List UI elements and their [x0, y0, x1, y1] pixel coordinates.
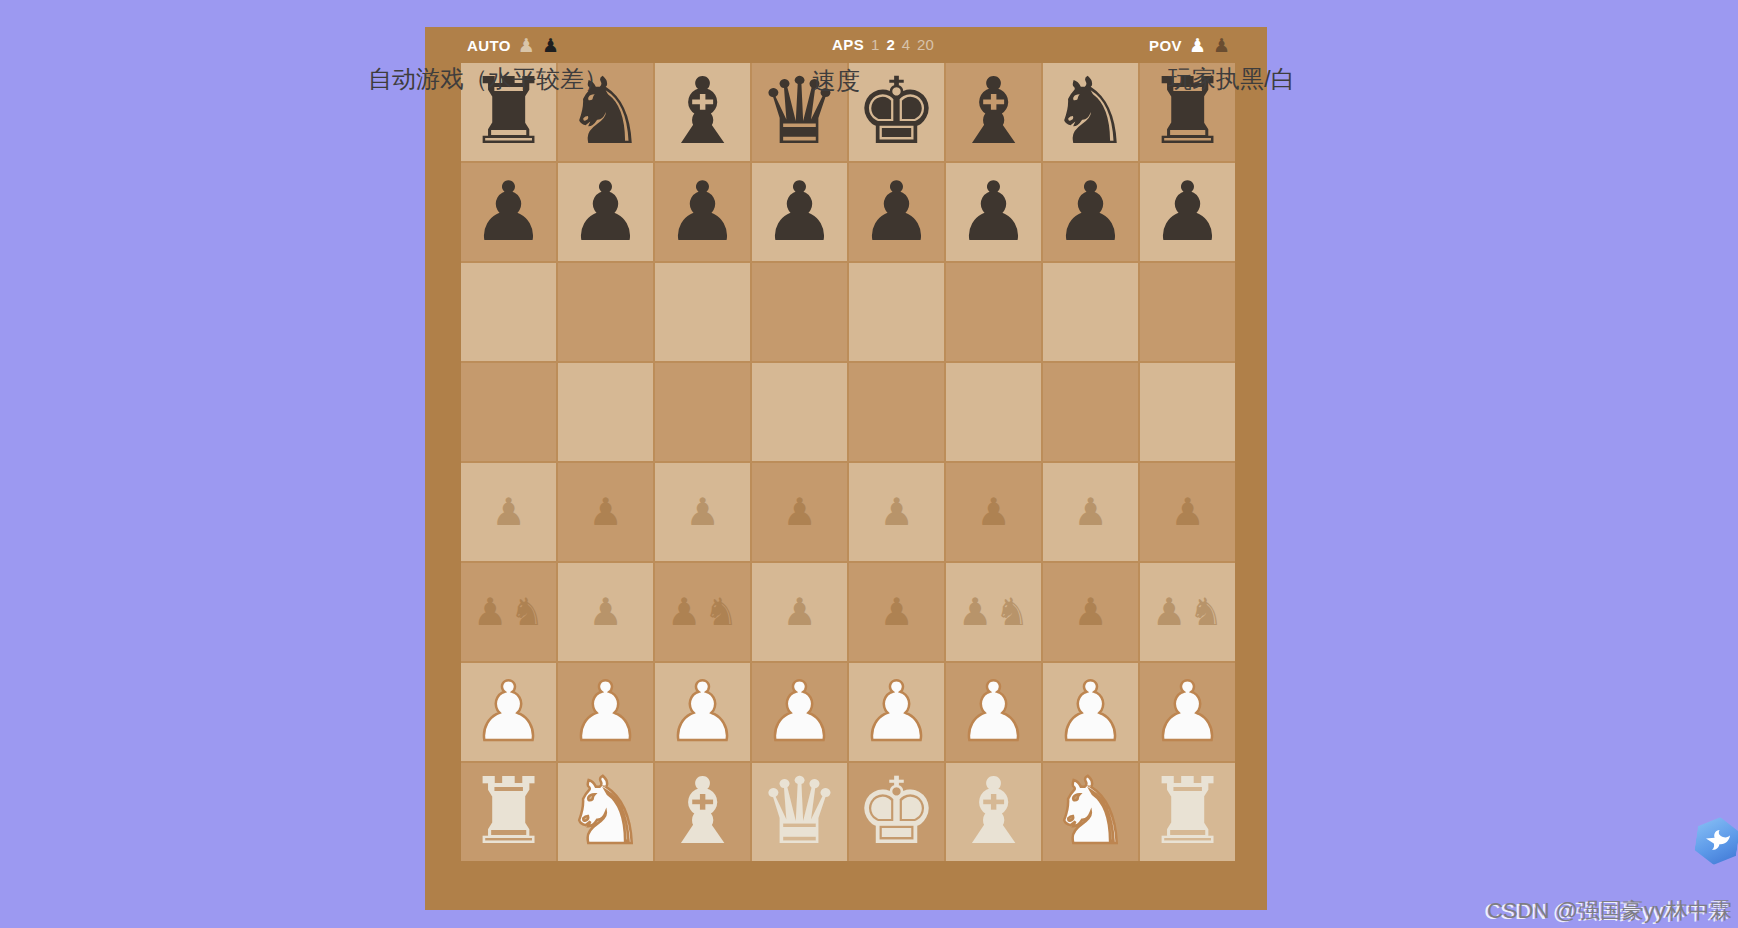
aps-options: 12420 — [871, 36, 934, 53]
ghost-pawn-icon: ♟ — [1073, 592, 1107, 632]
move-hint-g3: ♟ — [1043, 563, 1138, 661]
black-pawn-e7[interactable]: ♟ — [860, 164, 934, 260]
move-hint-h4: ♟ — [1140, 463, 1235, 561]
ghost-knight-icon: ♞ — [1189, 592, 1223, 632]
square-f6[interactable] — [946, 263, 1041, 361]
square-e5[interactable] — [849, 363, 944, 461]
square-c3[interactable]: ♟♞ — [655, 563, 750, 661]
black-pawn-b7[interactable]: ♟ — [569, 164, 643, 260]
move-hint-f4: ♟ — [946, 463, 1041, 561]
chess-board: ♜♞♝♛♚♝♞♜♟♟♟♟♟♟♟♟♟♟♟♟♟♟♟♟♟♞♟♟♞♟♟♟♞♟♟♞♟♟♟♟… — [461, 63, 1235, 861]
aps-label: APS — [832, 36, 864, 53]
square-c8[interactable]: ♝ — [655, 63, 750, 161]
ghost-pawn-icon: ♟ — [879, 492, 913, 532]
ghost-knight-icon: ♞ — [510, 592, 544, 632]
move-hint-a3: ♟♞ — [461, 563, 556, 661]
ghost-pawn-icon: ♟ — [976, 492, 1010, 532]
square-c1[interactable]: ♝ — [655, 763, 750, 861]
black-pawn-g7[interactable]: ♟ — [1054, 164, 1128, 260]
ghost-pawn-icon: ♟ — [879, 592, 913, 632]
square-f1[interactable]: ♝ — [946, 763, 1041, 861]
square-d1[interactable]: ♛ — [752, 763, 847, 861]
square-e8[interactable]: ♚ — [849, 63, 944, 161]
move-hint-f3: ♟♞ — [946, 563, 1041, 661]
white-pawn-c2[interactable]: ♟ — [666, 664, 740, 760]
move-hint-d4: ♟ — [752, 463, 847, 561]
pov-label: POV — [1149, 37, 1182, 54]
black-pawn-d7[interactable]: ♟ — [763, 164, 837, 260]
move-hint-e3: ♟ — [849, 563, 944, 661]
square-a7[interactable]: ♟ — [461, 163, 556, 261]
square-f3[interactable]: ♟♞ — [946, 563, 1041, 661]
white-pawn-b2[interactable]: ♟ — [569, 664, 643, 760]
move-hint-c4: ♟ — [655, 463, 750, 561]
ghost-pawn-icon: ♟ — [1152, 592, 1186, 632]
square-a2[interactable]: ♟ — [461, 663, 556, 761]
square-c6[interactable] — [655, 263, 750, 361]
square-e7[interactable]: ♟ — [849, 163, 944, 261]
ghost-knight-icon: ♞ — [704, 592, 738, 632]
square-c7[interactable]: ♟ — [655, 163, 750, 261]
pov-black-pawn-icon[interactable]: ♟ — [1213, 36, 1230, 55]
pov-controls: POV ♟ ♟ — [1149, 36, 1230, 55]
square-b5[interactable] — [558, 363, 653, 461]
white-pawn-h2[interactable]: ♟ — [1151, 664, 1225, 760]
square-f8[interactable]: ♝ — [946, 63, 1041, 161]
hummingbird-badge[interactable] — [1693, 814, 1738, 867]
black-bishop-f8[interactable]: ♝ — [952, 64, 1034, 160]
square-g8[interactable]: ♞ — [1043, 63, 1138, 161]
white-bishop-c1[interactable]: ♝ — [661, 764, 743, 860]
square-d3[interactable]: ♟ — [752, 563, 847, 661]
square-h7[interactable]: ♟ — [1140, 163, 1235, 261]
square-g2[interactable]: ♟ — [1043, 663, 1138, 761]
speed-note: 速度 — [812, 65, 860, 97]
square-c2[interactable]: ♟ — [655, 663, 750, 761]
watermark: CSDN @强国豪yy林中霖 — [1487, 896, 1732, 926]
square-h5[interactable] — [1140, 363, 1235, 461]
white-queen-d1[interactable]: ♛ — [758, 764, 840, 860]
square-c5[interactable] — [655, 363, 750, 461]
black-king-e8[interactable]: ♚ — [855, 64, 937, 160]
square-h1[interactable]: ♜ — [1140, 763, 1235, 861]
square-a4[interactable]: ♟ — [461, 463, 556, 561]
aps-option-4[interactable]: 4 — [902, 36, 910, 53]
square-g7[interactable]: ♟ — [1043, 163, 1138, 261]
square-a1[interactable]: ♜ — [461, 763, 556, 861]
hummingbird-icon — [1700, 824, 1734, 858]
square-g6[interactable] — [1043, 263, 1138, 361]
black-bishop-c8[interactable]: ♝ — [661, 64, 743, 160]
ghost-pawn-icon: ♟ — [667, 592, 701, 632]
move-hint-b4: ♟ — [558, 463, 653, 561]
move-hint-d3: ♟ — [752, 563, 847, 661]
square-b6[interactable] — [558, 263, 653, 361]
white-pawn-f2[interactable]: ♟ — [957, 664, 1031, 760]
ghost-pawn-icon: ♟ — [491, 492, 525, 532]
move-hint-c3: ♟♞ — [655, 563, 750, 661]
black-pawn-a7[interactable]: ♟ — [472, 164, 546, 260]
pov-white-pawn-icon[interactable]: ♟ — [1189, 36, 1206, 55]
square-e4[interactable]: ♟ — [849, 463, 944, 561]
square-h3[interactable]: ♟♞ — [1140, 563, 1235, 661]
square-d5[interactable] — [752, 363, 847, 461]
square-g4[interactable]: ♟ — [1043, 463, 1138, 561]
white-pawn-g2[interactable]: ♟ — [1054, 664, 1128, 760]
white-rook-a1[interactable]: ♜ — [467, 764, 549, 860]
black-pawn-h7[interactable]: ♟ — [1151, 164, 1225, 260]
square-e2[interactable]: ♟ — [849, 663, 944, 761]
square-f5[interactable] — [946, 363, 1041, 461]
ghost-pawn-icon: ♟ — [1170, 492, 1204, 532]
black-pawn-c7[interactable]: ♟ — [666, 164, 740, 260]
white-bishop-f1[interactable]: ♝ — [952, 764, 1034, 860]
white-knight-b1[interactable]: ♞ — [564, 764, 646, 860]
auto-label: AUTO — [467, 37, 511, 54]
ghost-pawn-icon: ♟ — [782, 492, 816, 532]
control-bar: AUTO ♟ ♟ APS 12420 POV ♟ ♟ — [425, 27, 1267, 63]
square-g1[interactable]: ♞ — [1043, 763, 1138, 861]
white-knight-g1[interactable]: ♞ — [1049, 764, 1131, 860]
auto-black-pawn-icon[interactable]: ♟ — [542, 36, 559, 55]
square-b1[interactable]: ♞ — [558, 763, 653, 861]
square-b2[interactable]: ♟ — [558, 663, 653, 761]
ghost-pawn-icon: ♟ — [782, 592, 816, 632]
move-hint-g4: ♟ — [1043, 463, 1138, 561]
white-king-e1[interactable]: ♚ — [855, 764, 937, 860]
ghost-knight-icon: ♞ — [995, 592, 1029, 632]
square-h6[interactable] — [1140, 263, 1235, 361]
square-d2[interactable]: ♟ — [752, 663, 847, 761]
square-d4[interactable]: ♟ — [752, 463, 847, 561]
white-pawn-e2[interactable]: ♟ — [860, 664, 934, 760]
square-b3[interactable]: ♟ — [558, 563, 653, 661]
square-b4[interactable]: ♟ — [558, 463, 653, 561]
ghost-pawn-icon: ♟ — [1073, 492, 1107, 532]
auto-white-pawn-icon[interactable]: ♟ — [518, 36, 535, 55]
aps-option-1[interactable]: 1 — [871, 36, 879, 53]
move-hint-a4: ♟ — [461, 463, 556, 561]
white-pawn-d2[interactable]: ♟ — [763, 664, 837, 760]
board-panel: AUTO ♟ ♟ APS 12420 POV ♟ ♟ ♜♞♝♛♚♝♞♜♟♟♟♟♟… — [425, 27, 1267, 910]
black-pawn-f7[interactable]: ♟ — [957, 164, 1031, 260]
square-f2[interactable]: ♟ — [946, 663, 1041, 761]
aps-option-20[interactable]: 20 — [917, 36, 934, 53]
move-hint-e4: ♟ — [849, 463, 944, 561]
ghost-pawn-icon: ♟ — [473, 592, 507, 632]
square-e1[interactable]: ♚ — [849, 763, 944, 861]
black-knight-g8[interactable]: ♞ — [1049, 64, 1131, 160]
ghost-pawn-icon: ♟ — [588, 592, 622, 632]
square-b7[interactable]: ♟ — [558, 163, 653, 261]
move-hint-b3: ♟ — [558, 563, 653, 661]
aps-option-2[interactable]: 2 — [886, 36, 894, 53]
speed-controls: APS 12420 — [832, 36, 934, 53]
white-rook-h1[interactable]: ♜ — [1146, 764, 1228, 860]
square-g3[interactable]: ♟ — [1043, 563, 1138, 661]
move-hint-h3: ♟♞ — [1140, 563, 1235, 661]
square-a6[interactable] — [461, 263, 556, 361]
ghost-pawn-icon: ♟ — [588, 492, 622, 532]
square-c4[interactable]: ♟ — [655, 463, 750, 561]
square-d6[interactable] — [752, 263, 847, 361]
square-g5[interactable] — [1043, 363, 1138, 461]
auto-controls: AUTO ♟ ♟ — [467, 36, 559, 55]
ghost-pawn-icon: ♟ — [958, 592, 992, 632]
white-pawn-a2[interactable]: ♟ — [472, 664, 546, 760]
square-f4[interactable]: ♟ — [946, 463, 1041, 561]
pov-note: 玩家执黑/白 — [1168, 63, 1295, 95]
square-f7[interactable]: ♟ — [946, 163, 1041, 261]
square-h2[interactable]: ♟ — [1140, 663, 1235, 761]
square-a3[interactable]: ♟♞ — [461, 563, 556, 661]
square-d7[interactable]: ♟ — [752, 163, 847, 261]
square-h4[interactable]: ♟ — [1140, 463, 1235, 561]
ghost-pawn-icon: ♟ — [685, 492, 719, 532]
square-a5[interactable] — [461, 363, 556, 461]
auto-mode-note: 自动游戏（水平较差） — [368, 63, 608, 95]
square-e6[interactable] — [849, 263, 944, 361]
square-e3[interactable]: ♟ — [849, 563, 944, 661]
